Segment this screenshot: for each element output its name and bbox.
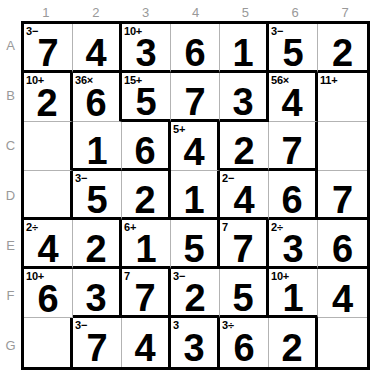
cell-G1[interactable] [24,318,73,367]
cell-value-D7: 7 [318,183,367,217]
cell-value-B4: 7 [171,85,219,119]
row-label-A: A [0,21,21,71]
row-labels: ABCDEFG [0,21,21,370]
cell-B6[interactable]: 56×4 [269,73,318,122]
cell-F7[interactable]: 4 [318,269,367,318]
cell-value-B1: 2 [24,85,70,121]
cell-A3[interactable]: 10+3 [122,24,171,73]
cell-value-A1: 7 [24,36,72,70]
cell-value-D3: 2 [122,183,168,217]
cell-E4[interactable]: 5 [171,220,220,269]
cell-value-D2: 5 [73,183,121,217]
cell-value-G5: 6 [220,330,268,367]
kenken-puzzle: 1234567 ABCDEFG 3−7410+3613−5210+236×615… [0,0,375,375]
col-label-1: 1 [21,0,71,21]
cell-value-A4: 6 [171,36,219,70]
cell-F2[interactable]: 3 [73,269,122,318]
cell-G5[interactable]: 3÷6 [220,318,269,367]
cell-F5[interactable]: 5 [220,269,269,318]
cell-C7[interactable] [318,122,367,171]
row-label-F: F [0,270,21,320]
cell-value-C6: 7 [269,134,315,168]
row-label-D: D [0,171,21,221]
cell-A2[interactable]: 4 [73,24,122,73]
cell-E5[interactable]: 77 [220,220,269,269]
cell-value-A2: 4 [73,36,119,70]
cell-value-F1: 6 [24,281,72,317]
col-label-6: 6 [270,0,320,21]
cell-E3[interactable]: 6+1 [122,220,171,269]
cell-F3[interactable]: 77 [122,269,171,318]
cell-D2[interactable]: 3−5 [73,171,122,220]
cell-value-F3: 7 [122,281,168,315]
cell-value-E2: 2 [73,232,119,266]
cell-G3[interactable]: 4 [122,318,171,367]
col-label-5: 5 [220,0,270,21]
cell-B5[interactable]: 3 [220,73,269,122]
cell-C1[interactable] [24,122,73,171]
col-label-3: 3 [121,0,171,21]
cell-value-A7: 2 [318,36,367,70]
cell-value-G2: 7 [73,330,121,367]
cell-F1[interactable]: 10+6 [24,269,73,318]
cell-value-E5: 7 [220,232,266,266]
cell-C4[interactable]: 5+4 [171,122,220,171]
cell-G2[interactable]: 3−7 [73,318,122,367]
cell-value-E6: 3 [269,232,317,266]
cell-B7[interactable]: 11+ [318,73,367,122]
cell-D1[interactable] [24,171,73,220]
cell-D5[interactable]: 2−4 [220,171,269,220]
cell-F6[interactable]: 10+1 [269,269,318,318]
cell-C5[interactable]: 2 [220,122,269,171]
cell-value-F7: 4 [318,281,367,317]
cell-value-G4: 3 [171,330,217,367]
cell-value-B3: 5 [122,85,170,119]
cell-value-F5: 5 [220,281,266,315]
cell-B2[interactable]: 36×6 [73,73,122,122]
cell-C3[interactable]: 6 [122,122,171,171]
cell-D6[interactable]: 6 [269,171,318,220]
row-label-G: G [0,320,21,370]
cell-value-E1: 4 [24,232,72,266]
cell-value-C3: 6 [122,134,168,168]
cell-G6[interactable]: 2 [269,318,318,367]
cell-value-B2: 6 [73,85,119,121]
cell-value-G3: 4 [122,330,168,367]
cell-A5[interactable]: 1 [220,24,269,73]
cell-value-B6: 4 [269,85,315,121]
cell-E2[interactable]: 2 [73,220,122,269]
cell-value-C5: 2 [220,134,268,168]
cell-value-C4: 4 [171,134,217,170]
cell-value-D4: 1 [171,183,217,217]
cell-B1[interactable]: 10+2 [24,73,73,122]
col-label-4: 4 [171,0,221,21]
cell-G7[interactable] [318,318,367,367]
cell-value-A6: 5 [269,36,317,70]
cell-value-G6: 2 [269,330,315,367]
cell-value-D6: 6 [269,183,315,217]
cell-A1[interactable]: 3−7 [24,24,73,73]
cell-B4[interactable]: 7 [171,73,220,122]
cell-value-F4: 2 [171,281,219,315]
cell-D3[interactable]: 2 [122,171,171,220]
cell-A6[interactable]: 3−5 [269,24,318,73]
cage-clue-B7: 11+ [320,74,337,86]
row-label-B: B [0,71,21,121]
cell-value-C2: 1 [73,134,121,168]
kenken-board: 3−7410+3613−5210+236×615+57356×411+165+4… [21,21,370,370]
row-label-E: E [0,220,21,270]
cell-value-E3: 1 [122,232,170,266]
cell-D4[interactable]: 1 [171,171,220,220]
cell-C2[interactable]: 1 [73,122,122,171]
cell-value-E7: 6 [318,232,367,266]
col-label-2: 2 [71,0,121,21]
cell-value-D5: 4 [220,183,268,217]
cell-E1[interactable]: 2÷4 [24,220,73,269]
cell-B3[interactable]: 15+5 [122,73,171,122]
cell-value-F2: 3 [73,281,119,315]
col-label-7: 7 [320,0,370,21]
cell-value-F6: 1 [269,281,317,315]
cell-E6[interactable]: 2÷3 [269,220,318,269]
cell-F4[interactable]: 3−2 [171,269,220,318]
cell-A4[interactable]: 6 [171,24,220,73]
cell-value-A3: 3 [122,36,170,70]
cell-E7[interactable]: 6 [318,220,367,269]
column-labels: 1234567 [21,0,370,21]
cell-G4[interactable]: 33 [171,318,220,367]
cell-D7[interactable]: 7 [318,171,367,220]
cell-value-E4: 5 [171,232,217,266]
cell-C6[interactable]: 7 [269,122,318,171]
row-label-C: C [0,121,21,171]
cell-value-B5: 3 [220,85,266,119]
cell-value-A5: 1 [220,36,266,70]
cell-A7[interactable]: 2 [318,24,367,73]
